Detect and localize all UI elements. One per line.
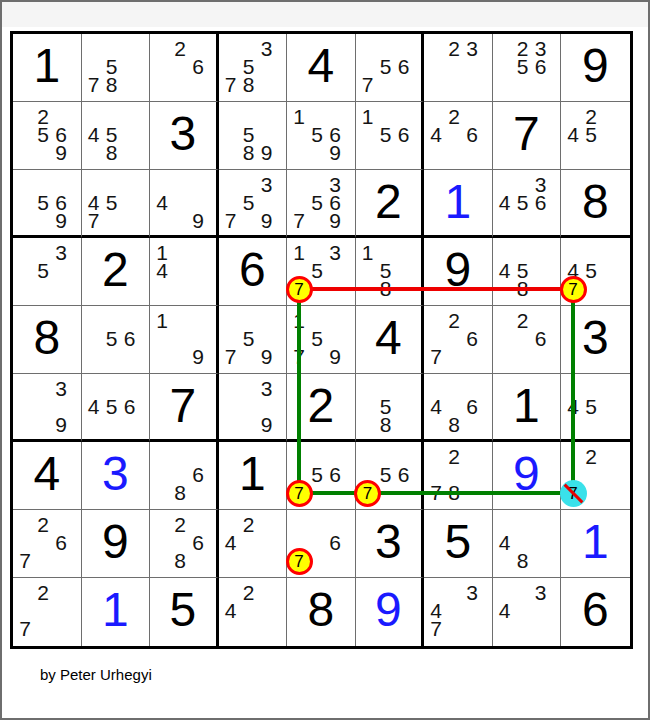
cell-r5c9[interactable]: 3 (561, 306, 630, 374)
cell-r8c5[interactable]: 67 (287, 510, 356, 578)
given-digit: 8 (13, 306, 81, 373)
given-digit: 1 (219, 442, 287, 509)
candidate-5: 5 (580, 124, 602, 146)
candidate-3: 3 (530, 582, 552, 604)
candidate-2: 2 (443, 446, 465, 468)
cell-r9c6[interactable]: 9 (356, 578, 425, 646)
cell-r3c6[interactable]: 2 (356, 170, 425, 238)
cell-r6c4[interactable]: 39 (219, 374, 288, 442)
cell-r7c1[interactable]: 4 (13, 442, 82, 510)
given-digit: 1 (13, 34, 81, 101)
cell-r9c1[interactable]: 27 (13, 578, 82, 646)
cell-r1c2[interactable]: 578 (82, 34, 151, 102)
cell-r5c2[interactable]: 56 (82, 306, 151, 374)
candidate-4: 4 (151, 192, 173, 214)
cell-r2c6[interactable]: 156 (356, 102, 425, 170)
cell-r9c2[interactable]: 1 (82, 578, 151, 646)
given-digit: 2 (287, 374, 355, 439)
candidate-2: 2 (32, 582, 54, 604)
candidate-7: 7 (288, 482, 310, 504)
cell-r8c6[interactable]: 3 (356, 510, 425, 578)
cell-r4c1[interactable]: 35 (13, 238, 82, 306)
candidate-4: 4 (425, 124, 447, 146)
cell-r8c3[interactable]: 268 (150, 510, 219, 578)
cell-r1c6[interactable]: 567 (356, 34, 425, 102)
candidate-8: 8 (443, 482, 465, 504)
cell-r9c3[interactable]: 5 (150, 578, 219, 646)
cell-r5c5[interactable]: 1579 (287, 306, 356, 374)
cell-r1c9[interactable]: 9 (561, 34, 630, 102)
candidate-8: 8 (169, 550, 191, 572)
candidate-3: 3 (50, 378, 72, 400)
cell-r1c7[interactable]: 23 (424, 34, 493, 102)
cell-r9c9[interactable]: 6 (561, 578, 630, 646)
cell-r3c5[interactable]: 35679 (287, 170, 356, 238)
candidate-8: 8 (512, 278, 534, 300)
cell-r4c2[interactable]: 2 (82, 238, 151, 306)
cell-r6c9[interactable]: 45 (561, 374, 630, 442)
cell-r7c7[interactable]: 278 (424, 442, 493, 510)
candidate-9: 9 (256, 414, 278, 436)
candidate-4: 4 (220, 532, 242, 554)
given-digit: 5 (150, 578, 216, 646)
given-digit: 2 (82, 238, 150, 305)
cell-r3c8[interactable]: 3456 (493, 170, 562, 238)
solved-digit-blue: 1 (561, 510, 630, 577)
candidate-7: 7 (83, 210, 105, 232)
cell-r8c8[interactable]: 48 (493, 510, 562, 578)
cell-r2c4[interactable]: 589 (219, 102, 288, 170)
cell-r6c8[interactable]: 1 (493, 374, 562, 442)
cell-r1c3[interactable]: 26 (150, 34, 219, 102)
candidate-9: 9 (50, 210, 72, 232)
candidate-6: 6 (393, 56, 415, 78)
cell-r9c5[interactable]: 8 (287, 578, 356, 646)
given-digit: 9 (424, 238, 492, 305)
cell-r3c3[interactable]: 49 (150, 170, 219, 238)
solved-digit-blue: 3 (82, 442, 150, 509)
cell-r1c5[interactable]: 4 (287, 34, 356, 102)
candidate-7: 7 (288, 550, 310, 572)
cell-r9c7[interactable]: 347 (424, 578, 493, 646)
given-digit: 7 (493, 102, 561, 169)
given-digit: 9 (82, 510, 150, 577)
cell-r5c6[interactable]: 4 (356, 306, 425, 374)
cell-r3c2[interactable]: 457 (82, 170, 151, 238)
candidate-7: 7 (562, 278, 584, 300)
cell-r7c5[interactable]: 567 (287, 442, 356, 510)
cell-r7c8[interactable]: 9 (493, 442, 562, 510)
candidate-2: 2 (580, 446, 602, 468)
candidate-9: 9 (187, 346, 209, 368)
cell-r2c7[interactable]: 246 (424, 102, 493, 170)
cell-r7c6[interactable]: 567 (356, 442, 425, 510)
cell-r8c2[interactable]: 9 (82, 510, 151, 578)
cell-r8c9[interactable]: 1 (561, 510, 630, 578)
candidate-7: 7 (425, 346, 447, 368)
cell-r4c4[interactable]: 6 (219, 238, 288, 306)
candidate-7: 7 (288, 278, 310, 300)
cell-r4c7[interactable]: 9 (424, 238, 493, 306)
cell-r8c4[interactable]: 24 (219, 510, 288, 578)
solved-digit-blue: 1 (424, 170, 492, 235)
candidate-7: 7 (288, 346, 310, 368)
solved-digit-blue: 9 (493, 442, 561, 509)
given-digit: 3 (356, 510, 422, 577)
candidate-4: 4 (494, 600, 516, 622)
candidate-6: 6 (324, 464, 346, 486)
cell-r7c9[interactable]: 27 (561, 442, 630, 510)
cell-r2c9[interactable]: 245 (561, 102, 630, 170)
cell-r6c7[interactable]: 468 (424, 374, 493, 442)
cell-r6c6[interactable]: 58 (356, 374, 425, 442)
cell-r1c4[interactable]: 3578 (219, 34, 288, 102)
candidate-5: 5 (32, 260, 54, 282)
cell-r5c8[interactable]: 26 (493, 306, 562, 374)
author-credit: by Peter Urhegyi (40, 666, 152, 683)
candidate-6: 6 (530, 192, 552, 214)
candidate-9: 9 (50, 414, 72, 436)
candidate-8: 8 (169, 482, 191, 504)
cell-r4c3[interactable]: 14 (150, 238, 219, 306)
given-digit: 2 (356, 170, 422, 235)
given-digit: 4 (13, 442, 81, 509)
cell-r6c5[interactable]: 2 (287, 374, 356, 442)
candidate-8: 8 (512, 550, 534, 572)
candidate-8: 8 (443, 414, 465, 436)
candidate-3: 3 (461, 38, 483, 60)
candidate-6: 6 (393, 124, 415, 146)
candidate-6: 6 (119, 328, 141, 350)
cell-r8c1[interactable]: 267 (13, 510, 82, 578)
cell-r5c4[interactable]: 579 (219, 306, 288, 374)
cell-r5c1[interactable]: 8 (13, 306, 82, 374)
solved-digit-blue: 9 (356, 578, 422, 646)
candidate-9: 9 (187, 210, 209, 232)
cell-r4c8[interactable]: 458 (493, 238, 562, 306)
candidate-6: 6 (530, 328, 552, 350)
given-digit: 4 (287, 34, 355, 101)
candidate-7: 7 (220, 346, 242, 368)
candidate-9: 9 (324, 210, 346, 232)
given-digit: 6 (561, 578, 630, 646)
cell-r7c3[interactable]: 68 (150, 442, 219, 510)
candidate-5: 5 (580, 396, 602, 418)
candidate-8: 8 (375, 278, 397, 300)
given-digit: 4 (356, 306, 422, 373)
cell-r1c8[interactable]: 2356 (493, 34, 562, 102)
candidate-7: 7 (357, 482, 379, 504)
candidate-6: 6 (393, 464, 415, 486)
cell-r2c3[interactable]: 3 (150, 102, 219, 170)
candidate-8: 8 (101, 74, 123, 96)
cell-r3c1[interactable]: 569 (13, 170, 82, 238)
given-digit: 3 (561, 306, 630, 373)
sudoku-app-window: 1578263578456723235692569458358915691562… (0, 0, 650, 720)
candidate-7: 7 (562, 482, 584, 504)
cell-r6c1[interactable]: 39 (13, 374, 82, 442)
cell-r2c1[interactable]: 2569 (13, 102, 82, 170)
candidate-8: 8 (238, 74, 260, 96)
given-digit: 6 (219, 238, 287, 305)
candidate-9: 9 (324, 142, 346, 164)
candidate-7: 7 (288, 210, 310, 232)
candidate-6: 6 (461, 124, 483, 146)
given-digit: 7 (150, 374, 216, 439)
given-digit: 9 (561, 34, 630, 101)
cell-r9c8[interactable]: 34 (493, 578, 562, 646)
cell-r4c6[interactable]: 158 (356, 238, 425, 306)
sudoku-board: 1578263578456723235692569458358915691562… (10, 31, 633, 649)
window-top-strip (2, 2, 648, 27)
candidate-3: 3 (461, 582, 483, 604)
cell-r2c8[interactable]: 7 (493, 102, 562, 170)
cell-r2c2[interactable]: 458 (82, 102, 151, 170)
cell-r5c3[interactable]: 19 (150, 306, 219, 374)
cell-r7c4[interactable]: 1 (219, 442, 288, 510)
candidate-9: 9 (256, 210, 278, 232)
cell-r7c2[interactable]: 3 (82, 442, 151, 510)
candidate-7: 7 (357, 74, 379, 96)
candidate-6: 6 (187, 56, 209, 78)
candidate-7: 7 (220, 210, 242, 232)
candidate-6: 6 (50, 532, 72, 554)
candidate-1: 1 (151, 310, 173, 332)
cell-r3c7[interactable]: 1 (424, 170, 493, 238)
candidate-8: 8 (101, 142, 123, 164)
given-digit: 3 (150, 102, 216, 169)
candidate-9: 9 (50, 142, 72, 164)
given-digit: 1 (493, 374, 561, 439)
candidate-7: 7 (14, 550, 36, 572)
candidate-7: 7 (14, 618, 36, 640)
candidate-4: 4 (220, 600, 242, 622)
candidate-9: 9 (324, 346, 346, 368)
cell-r3c9[interactable]: 8 (561, 170, 630, 238)
candidate-9: 9 (256, 142, 278, 164)
candidate-8: 8 (375, 414, 397, 436)
candidate-6: 6 (461, 328, 483, 350)
cell-r6c2[interactable]: 456 (82, 374, 151, 442)
candidate-6: 6 (530, 56, 552, 78)
candidate-3: 3 (256, 378, 278, 400)
cell-r9c4[interactable]: 24 (219, 578, 288, 646)
candidate-4: 4 (151, 260, 173, 282)
cell-r1c1[interactable]: 1 (13, 34, 82, 102)
cell-r8c7[interactable]: 5 (424, 510, 493, 578)
solved-digit-blue: 1 (82, 578, 150, 646)
cell-r2c5[interactable]: 1569 (287, 102, 356, 170)
cell-r4c5[interactable]: 1357 (287, 238, 356, 306)
given-digit: 8 (287, 578, 355, 646)
cell-r4c9[interactable]: 457 (561, 238, 630, 306)
given-digit: 5 (424, 510, 492, 577)
candidate-9: 9 (256, 346, 278, 368)
cell-r6c3[interactable]: 7 (150, 374, 219, 442)
candidate-7: 7 (425, 618, 447, 640)
given-digit: 8 (561, 170, 630, 235)
cell-r5c7[interactable]: 267 (424, 306, 493, 374)
cell-r3c4[interactable]: 3579 (219, 170, 288, 238)
candidate-6: 6 (119, 396, 141, 418)
candidate-6: 6 (324, 532, 346, 554)
